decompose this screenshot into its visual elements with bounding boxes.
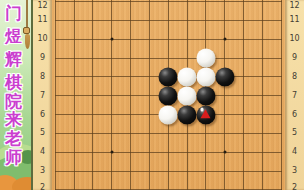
grid-line (55, 152, 282, 153)
white-stone-H7 (178, 86, 197, 105)
grid-line (55, 20, 282, 21)
row-label: 9 (287, 53, 303, 63)
black-stone-H6 (178, 105, 197, 124)
row-label: 12 (35, 1, 51, 11)
row-label: 8 (287, 72, 303, 82)
row-label: 9 (35, 53, 51, 63)
black-stone-J6 (196, 105, 215, 124)
row-label: 5 (35, 128, 51, 138)
banner-character: 煜 (0, 27, 27, 47)
banner-character: 门 (0, 4, 27, 24)
row-label: 11 (287, 15, 303, 25)
black-stone-G8 (159, 67, 178, 86)
grid-line (55, 189, 282, 190)
row-label: 3 (287, 166, 303, 176)
banner-character: 辉 (0, 50, 27, 70)
row-label: 10 (35, 34, 51, 44)
grid-line (55, 39, 282, 40)
star-point (223, 38, 226, 41)
star-point (110, 38, 113, 41)
row-label: 2 (287, 183, 303, 190)
banner-character: 老 (0, 129, 27, 149)
banner-character: 师 (0, 148, 27, 168)
black-stone-K8 (215, 67, 234, 86)
star-point (223, 151, 226, 154)
banner-character: 院 (0, 92, 27, 112)
star-point (110, 151, 113, 154)
row-label: 6 (35, 110, 51, 120)
grid-line (55, 133, 282, 134)
row-label: 4 (35, 147, 51, 157)
row-label: 6 (287, 110, 303, 120)
white-stone-J8 (196, 67, 215, 86)
row-label: 8 (35, 72, 51, 82)
go-board[interactable]: 1212111110109988776655443322 (33, 0, 304, 190)
white-stone-G6 (159, 105, 178, 124)
banner-text: 门煜辉棋院来老师 (0, 0, 27, 190)
row-label: 7 (287, 91, 303, 101)
grid-line (55, 171, 282, 172)
black-stone-J7 (196, 86, 215, 105)
last-move-triangle-marker (201, 109, 211, 118)
screenshot-stage: 1212111110109988776655443322 门煜辉棋院来老师 (0, 0, 304, 190)
row-label: 11 (35, 15, 51, 25)
white-stone-H8 (178, 67, 197, 86)
row-label: 12 (287, 1, 303, 11)
banner-character: 来 (0, 110, 27, 130)
black-stone-G7 (159, 86, 178, 105)
grid-line (55, 58, 282, 59)
row-label: 4 (287, 147, 303, 157)
grid-line (55, 1, 282, 2)
row-label: 2 (35, 183, 51, 190)
row-label: 3 (35, 166, 51, 176)
title-banner: 门煜辉棋院来老师 (0, 0, 33, 190)
row-label: 7 (35, 91, 51, 101)
row-label: 5 (287, 128, 303, 138)
row-label: 10 (287, 34, 303, 44)
white-stone-J9 (196, 49, 215, 68)
banner-character: 棋 (0, 73, 27, 93)
